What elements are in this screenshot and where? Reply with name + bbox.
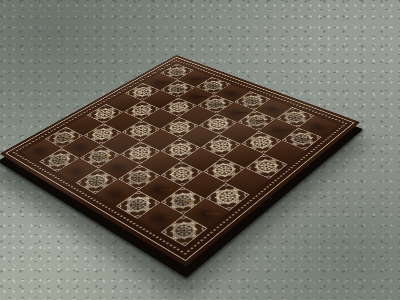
square-h1[interactable]: ♜: [161, 215, 208, 247]
scene-3d: ♜♞♝♛♚♝♞♜♟♟♟♟♟♟♟♟♟♟♟♟♟♟♟♟♜♞♝♛♚♝♞♜: [0, 0, 400, 300]
square-h7[interactable]: ♟: [281, 128, 321, 151]
piece-black-pawn[interactable]: ♟: [256, 106, 348, 144]
piece-white-rook[interactable]: ♜: [130, 184, 238, 237]
photo-scene: ♜♞♝♛♚♝♞♜♟♟♟♟♟♟♟♟♟♟♟♟♟♟♟♟♜♞♝♛♚♝♞♜: [0, 0, 400, 300]
board-grid: ♜♞♝♛♚♝♞♜♟♟♟♟♟♟♟♟♟♟♟♟♟♟♟♟♜♞♝♛♚♝♞♜: [22, 64, 338, 247]
chess-board: ♜♞♝♛♚♝♞♜♟♟♟♟♟♟♟♟♟♟♟♟♟♟♟♟♜♞♝♛♚♝♞♜: [0, 55, 360, 266]
